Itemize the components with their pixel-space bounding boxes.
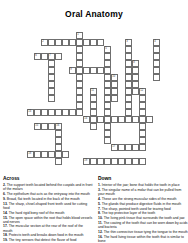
- grid-cell[interactable]: [132, 67, 139, 74]
- grid-block: [132, 102, 139, 109]
- cell-number: 14: [84, 117, 87, 120]
- grid-cell[interactable]: [48, 88, 55, 95]
- grid-block: [139, 39, 146, 46]
- grid-cell[interactable]: [76, 109, 83, 116]
- grid-block: [146, 60, 153, 67]
- grid-block: [90, 151, 97, 158]
- grid-cell[interactable]: [153, 74, 160, 81]
- grid-cell[interactable]: [97, 158, 104, 165]
- grid-block: [132, 130, 139, 137]
- grid-cell[interactable]: [41, 53, 48, 60]
- grid-cell[interactable]: [48, 74, 55, 81]
- cell-number: 16: [56, 124, 59, 127]
- grid-cell[interactable]: [76, 102, 83, 109]
- grid-cell[interactable]: [139, 123, 146, 130]
- grid-cell[interactable]: [55, 137, 62, 144]
- grid-block: [34, 88, 41, 95]
- grid-block: [62, 32, 69, 39]
- grid-block: [62, 137, 69, 144]
- grid-block: [69, 144, 76, 151]
- grid-block: [146, 144, 153, 151]
- grid-cell[interactable]: [76, 88, 83, 95]
- grid-block: [118, 46, 125, 53]
- grid-cell[interactable]: [104, 130, 111, 137]
- grid-cell[interactable]: [118, 116, 125, 123]
- grid-cell[interactable]: [48, 95, 55, 102]
- grid-cell[interactable]: 17: [111, 144, 118, 151]
- grid-block: [83, 53, 90, 60]
- grid-cell[interactable]: 18: [27, 151, 34, 158]
- clue-item: 9. Broad, flat teeth located in the back…: [3, 197, 93, 201]
- grid-block: [55, 46, 62, 53]
- grid-cell[interactable]: [153, 53, 160, 60]
- grid-block: [118, 109, 125, 116]
- clue-item: 2. The support teeth located behind the …: [3, 183, 93, 191]
- grid-cell[interactable]: [55, 109, 62, 116]
- grid-block: [97, 88, 104, 95]
- grid-cell[interactable]: [104, 123, 111, 130]
- grid-block: [27, 144, 34, 151]
- grid-cell[interactable]: [62, 151, 69, 158]
- grid-cell[interactable]: [90, 67, 97, 74]
- grid-block: [132, 137, 139, 144]
- grid-cell[interactable]: [104, 67, 111, 74]
- grid-block: [153, 32, 160, 39]
- grid-cell[interactable]: [41, 123, 48, 130]
- grid-cell[interactable]: [104, 116, 111, 123]
- grid-cell[interactable]: [69, 109, 76, 116]
- grid-block: [34, 158, 41, 165]
- grid-block: [97, 109, 104, 116]
- grid-cell[interactable]: [48, 39, 55, 46]
- grid-block: [27, 95, 34, 102]
- grid-cell[interactable]: [139, 95, 146, 102]
- grid-block: [90, 144, 97, 151]
- grid-block: [118, 95, 125, 102]
- grid-cell[interactable]: [90, 116, 97, 123]
- grid-cell[interactable]: [104, 102, 111, 109]
- grid-cell[interactable]: [62, 109, 69, 116]
- cell-number: 5: [105, 47, 106, 50]
- grid-block: [27, 88, 34, 95]
- grid-cell[interactable]: [90, 158, 97, 165]
- grid-cell[interactable]: [97, 116, 104, 123]
- grid-cell[interactable]: 2: [41, 39, 48, 46]
- grid-cell[interactable]: [34, 109, 41, 116]
- grid-cell[interactable]: [104, 53, 111, 60]
- grid-block: [55, 102, 62, 109]
- grid-block: [83, 46, 90, 53]
- grid-cell[interactable]: [90, 39, 97, 46]
- grid-cell[interactable]: 1: [76, 32, 83, 39]
- grid-cell[interactable]: [125, 60, 132, 67]
- grid-block: [118, 53, 125, 60]
- grid-block: [34, 102, 41, 109]
- grid-cell[interactable]: [132, 116, 139, 123]
- grid-block: [62, 81, 69, 88]
- grid-block: [90, 60, 97, 67]
- grid-cell[interactable]: 11: [90, 88, 97, 95]
- grid-block: [97, 81, 104, 88]
- grid-block: [139, 74, 146, 81]
- grid-block: [62, 46, 69, 53]
- grid-block: [62, 130, 69, 137]
- grid-block: [55, 32, 62, 39]
- cell-number: 1: [77, 33, 78, 36]
- grid-block: [69, 81, 76, 88]
- grid-block: [41, 46, 48, 53]
- grid-cell[interactable]: [90, 109, 97, 116]
- grid-block: [27, 67, 34, 74]
- grid-cell[interactable]: [118, 144, 125, 151]
- grid-cell[interactable]: [125, 144, 132, 151]
- grid-block: [34, 81, 41, 88]
- grid-cell[interactable]: [139, 144, 146, 151]
- grid-cell[interactable]: [41, 151, 48, 158]
- grid-block: [34, 137, 41, 144]
- grid-cell[interactable]: 16: [55, 123, 62, 130]
- clue-item: 12. The thin connective tissue tying the…: [98, 230, 188, 234]
- grid-block: [34, 74, 41, 81]
- grid-block: [146, 32, 153, 39]
- grid-cell[interactable]: [55, 144, 62, 151]
- grid-block: [97, 32, 104, 39]
- grid-block: [69, 123, 76, 130]
- cell-number: 8: [133, 61, 134, 64]
- grid-block: [90, 130, 97, 137]
- grid-block: [111, 102, 118, 109]
- grid-cell[interactable]: [111, 158, 118, 165]
- grid-block: [153, 130, 160, 137]
- grid-block: [118, 123, 125, 130]
- grid-block: [41, 95, 48, 102]
- grid-block: [111, 46, 118, 53]
- grid-cell[interactable]: [104, 88, 111, 95]
- grid-block: [83, 130, 90, 137]
- grid-cell[interactable]: [90, 95, 97, 102]
- grid-block: [62, 67, 69, 74]
- grid-cell[interactable]: [76, 60, 83, 67]
- grid-cell[interactable]: [55, 130, 62, 137]
- grid-cell[interactable]: [132, 88, 139, 95]
- grid-cell[interactable]: [125, 46, 132, 53]
- grid-cell[interactable]: [111, 88, 118, 95]
- grid-block: [118, 74, 125, 81]
- grid-cell[interactable]: [76, 46, 83, 53]
- grid-cell[interactable]: [111, 81, 118, 88]
- grid-cell[interactable]: [125, 67, 132, 74]
- grid-block: [111, 123, 118, 130]
- grid-block: [153, 81, 160, 88]
- grid-block: [90, 32, 97, 39]
- cell-number: 19: [84, 159, 87, 162]
- grid-cell[interactable]: [41, 109, 48, 116]
- grid-cell[interactable]: [34, 151, 41, 158]
- grid-cell[interactable]: [69, 39, 76, 46]
- grid-block: [146, 39, 153, 46]
- grid-cell[interactable]: [76, 95, 83, 102]
- grid-block: [111, 67, 118, 74]
- grid-cell[interactable]: [83, 39, 90, 46]
- grid-cell[interactable]: 6: [34, 53, 41, 60]
- grid-block: [132, 109, 139, 116]
- grid-block: [34, 116, 41, 123]
- grid-block: [146, 53, 153, 60]
- grid-cell[interactable]: [132, 74, 139, 81]
- clue-item: 16. The hard living tissue within the to…: [98, 235, 188, 243]
- grid-block: [76, 144, 83, 151]
- grid-block: [111, 60, 118, 67]
- grid-block: [55, 95, 62, 102]
- grid-cell[interactable]: [125, 102, 132, 109]
- grid-block: [55, 88, 62, 95]
- grid-block: [62, 158, 69, 165]
- cell-number: 11: [91, 89, 94, 92]
- grid-block: [48, 116, 55, 123]
- cell-number: 7: [49, 54, 50, 57]
- grid-block: [97, 151, 104, 158]
- grid-block: [153, 123, 160, 130]
- grid-cell[interactable]: [48, 67, 55, 74]
- grid-cell[interactable]: [125, 74, 132, 81]
- cell-number: 4: [154, 40, 155, 43]
- grid-block: [118, 60, 125, 67]
- grid-block: [146, 123, 153, 130]
- grid-cell[interactable]: 5: [104, 46, 111, 53]
- grid-block: [118, 32, 125, 39]
- grid-block: [146, 151, 153, 158]
- clue-item: 6. The epithelium that acts as the entry…: [3, 192, 93, 196]
- grid-block: [27, 32, 34, 39]
- grid-block: [41, 74, 48, 81]
- grid-cell[interactable]: [153, 60, 160, 67]
- grid-cell[interactable]: 9: [69, 67, 76, 74]
- grid-cell[interactable]: [48, 123, 55, 130]
- grid-block: [139, 60, 146, 67]
- grid-block: [132, 32, 139, 39]
- grid-block: [27, 158, 34, 165]
- grid-cell[interactable]: [83, 67, 90, 74]
- grid-cell[interactable]: 15: [34, 123, 41, 130]
- grid-block: [34, 46, 41, 53]
- grid-cell[interactable]: [55, 53, 62, 60]
- grid-cell[interactable]: [118, 158, 125, 165]
- grid-cell[interactable]: [139, 109, 146, 116]
- grid-block: [27, 123, 34, 130]
- grid-cell[interactable]: [55, 151, 62, 158]
- grid-cell[interactable]: [62, 39, 69, 46]
- clue-item: 8. The top protective layer of the tooth: [98, 211, 188, 215]
- grid-block: [146, 158, 153, 165]
- grid-block: [146, 95, 153, 102]
- grid-cell[interactable]: [104, 158, 111, 165]
- grid-cell[interactable]: [48, 60, 55, 67]
- grid-block: [125, 130, 132, 137]
- grid-block: [76, 158, 83, 165]
- grid-block: [125, 151, 132, 158]
- grid-cell[interactable]: [90, 102, 97, 109]
- grid-block: [97, 123, 104, 130]
- grid-block: [83, 109, 90, 116]
- across-clues-list: 2. The support teeth located behind the …: [3, 183, 93, 242]
- grid-cell[interactable]: 12: [139, 88, 146, 95]
- grid-cell[interactable]: [104, 137, 111, 144]
- grid-block: [146, 88, 153, 95]
- grid-block: [153, 137, 160, 144]
- grid-cell[interactable]: 19: [83, 158, 90, 165]
- grid-block: [69, 74, 76, 81]
- grid-cell[interactable]: 3: [125, 39, 132, 46]
- grid-block: [41, 116, 48, 123]
- grid-block: [69, 102, 76, 109]
- grid-block: [104, 144, 111, 151]
- grid-block: [97, 130, 104, 137]
- grid-cell[interactable]: [139, 137, 146, 144]
- clue-item: 17. The muscular section at the rear of …: [3, 224, 93, 232]
- grid-cell[interactable]: [111, 116, 118, 123]
- grid-block: [118, 130, 125, 137]
- down-clues-list: 1. Interior of the jaw; bone that holds …: [98, 183, 188, 243]
- grid-cell[interactable]: [48, 151, 55, 158]
- grid-block: [62, 123, 69, 130]
- grid-cell[interactable]: [76, 74, 83, 81]
- grid-block: [76, 116, 83, 123]
- grid-block: [146, 137, 153, 144]
- grid-block: [27, 46, 34, 53]
- grid-cell[interactable]: [104, 109, 111, 116]
- clue-item: 11. The coating of the tooth that can be…: [98, 221, 188, 229]
- grid-cell[interactable]: [125, 109, 132, 116]
- grid-block: [41, 32, 48, 39]
- grid-block: [48, 158, 55, 165]
- grid-block: [76, 137, 83, 144]
- grid-block: [62, 60, 69, 67]
- grid-cell[interactable]: [132, 81, 139, 88]
- grid-block: [118, 137, 125, 144]
- grid-block: [76, 123, 83, 130]
- grid-cell[interactable]: [48, 109, 55, 116]
- grid-block: [69, 32, 76, 39]
- grid-cell[interactable]: [76, 81, 83, 88]
- grid-block: [97, 102, 104, 109]
- grid-cell[interactable]: [55, 158, 62, 165]
- grid-block: [97, 46, 104, 53]
- grid-block: [97, 53, 104, 60]
- grid-block: [111, 32, 118, 39]
- grid-cell[interactable]: 10: [111, 74, 118, 81]
- grid-cell[interactable]: [76, 67, 83, 74]
- grid-block: [97, 137, 104, 144]
- grid-cell[interactable]: [139, 102, 146, 109]
- grid-cell[interactable]: 8: [132, 60, 139, 67]
- grid-block: [125, 32, 132, 39]
- grid-cell[interactable]: [153, 67, 160, 74]
- grid-cell[interactable]: [125, 116, 132, 123]
- grid-cell[interactable]: 13: [27, 109, 34, 116]
- grid-cell[interactable]: 4: [153, 39, 160, 46]
- grid-cell[interactable]: [97, 67, 104, 74]
- grid-block: [55, 74, 62, 81]
- grid-cell[interactable]: [97, 39, 104, 46]
- grid-cell[interactable]: [90, 123, 97, 130]
- grid-block: [55, 81, 62, 88]
- grid-block: [34, 95, 41, 102]
- grid-block: [118, 81, 125, 88]
- grid-cell[interactable]: [153, 46, 160, 53]
- grid-block: [111, 39, 118, 46]
- grid-cell[interactable]: [104, 60, 111, 67]
- cell-number: 9: [70, 68, 71, 71]
- grid-block: [111, 130, 118, 137]
- grid-block: [69, 53, 76, 60]
- grid-block: [83, 32, 90, 39]
- grid-block: [83, 144, 90, 151]
- grid-block: [146, 81, 153, 88]
- grid-block: [76, 130, 83, 137]
- grid-cell[interactable]: [55, 39, 62, 46]
- grid-cell[interactable]: [146, 116, 153, 123]
- grid-block: [62, 53, 69, 60]
- grid-cell[interactable]: [104, 74, 111, 81]
- grid-cell[interactable]: [125, 95, 132, 102]
- grid-block: [118, 102, 125, 109]
- grid-block: [153, 116, 160, 123]
- grid-block: [69, 60, 76, 67]
- grid-block: [139, 151, 146, 158]
- grid-block: [97, 74, 104, 81]
- grid-cell[interactable]: [132, 144, 139, 151]
- grid-block: [118, 39, 125, 46]
- grid-cell[interactable]: 14: [83, 116, 90, 123]
- grid-cell[interactable]: 7: [48, 53, 55, 60]
- grid-cell[interactable]: [48, 81, 55, 88]
- grid-cell[interactable]: [132, 158, 139, 165]
- grid-block: [34, 32, 41, 39]
- grid-block: [132, 123, 139, 130]
- grid-block: [27, 60, 34, 67]
- grid-cell[interactable]: [139, 116, 146, 123]
- grid-block: [153, 88, 160, 95]
- grid-block: [76, 151, 83, 158]
- grid-cell[interactable]: [139, 158, 146, 165]
- grid-cell[interactable]: [111, 95, 118, 102]
- grid-block: [48, 130, 55, 137]
- grid-cell[interactable]: [104, 95, 111, 102]
- grid-cell[interactable]: [104, 81, 111, 88]
- cell-number: 12: [140, 89, 143, 92]
- grid-cell[interactable]: [125, 81, 132, 88]
- grid-block: [153, 158, 160, 165]
- grid-block: [62, 144, 69, 151]
- grid-block: [62, 102, 69, 109]
- crossword-grid[interactable]: 12345678910111213141516171819: [27, 32, 160, 165]
- grid-block: [41, 130, 48, 137]
- grid-block: [104, 151, 111, 158]
- grid-block: [139, 53, 146, 60]
- grid-cell[interactable]: [139, 130, 146, 137]
- grid-block: [27, 116, 34, 123]
- grid-block: [97, 60, 104, 67]
- grid-cell[interactable]: [125, 158, 132, 165]
- grid-cell[interactable]: [76, 39, 83, 46]
- grid-cell[interactable]: [76, 53, 83, 60]
- grid-cell[interactable]: [125, 88, 132, 95]
- grid-block: [83, 88, 90, 95]
- clue-item: 18. Protects teeth and breaks down food …: [3, 233, 93, 237]
- grid-cell[interactable]: [125, 53, 132, 60]
- grid-block: [27, 74, 34, 81]
- grid-block: [34, 60, 41, 67]
